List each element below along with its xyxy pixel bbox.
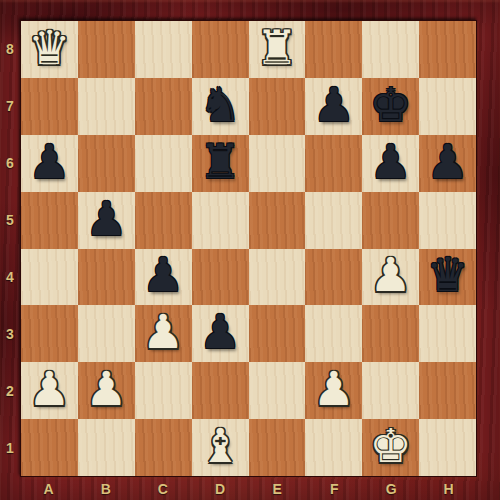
black-king[interactable]: ♚	[370, 81, 412, 128]
file-label-h: H	[420, 477, 477, 500]
square-d5[interactable]	[192, 192, 249, 249]
black-pawn[interactable]: ♟	[370, 138, 412, 185]
rank-label-7: 7	[0, 77, 20, 134]
square-c7[interactable]	[135, 78, 192, 135]
square-h1[interactable]	[419, 419, 476, 476]
square-g2[interactable]	[362, 362, 419, 419]
file-label-b: B	[77, 477, 134, 500]
square-b8[interactable]	[78, 21, 135, 78]
file-label-f: F	[306, 477, 363, 500]
square-f4[interactable]	[305, 249, 362, 306]
white-pawn[interactable]: ♟	[28, 365, 70, 412]
square-e5[interactable]	[249, 192, 306, 249]
black-pawn[interactable]: ♟	[85, 195, 127, 242]
square-g3[interactable]	[362, 305, 419, 362]
black-rook[interactable]: ♜	[199, 138, 241, 185]
white-pawn[interactable]: ♟	[85, 365, 127, 412]
square-a6[interactable]: ♟	[21, 135, 78, 192]
rank-label-4: 4	[0, 249, 20, 306]
square-f7[interactable]: ♟	[305, 78, 362, 135]
black-pawn[interactable]: ♟	[199, 308, 241, 355]
square-c5[interactable]	[135, 192, 192, 249]
square-e1[interactable]	[249, 419, 306, 476]
square-a7[interactable]	[21, 78, 78, 135]
square-d1[interactable]: ♝	[192, 419, 249, 476]
black-pawn[interactable]: ♟	[28, 138, 70, 185]
square-f1[interactable]	[305, 419, 362, 476]
rank-label-6: 6	[0, 134, 20, 191]
white-pawn[interactable]: ♟	[313, 365, 355, 412]
square-h6[interactable]: ♟	[419, 135, 476, 192]
square-d3[interactable]: ♟	[192, 305, 249, 362]
file-label-d: D	[191, 477, 248, 500]
square-d8[interactable]	[192, 21, 249, 78]
square-g8[interactable]	[362, 21, 419, 78]
board-border: ♛♜♞♟♚♟♜♟♟♟♟♟♛♟♟♟♟♟♝♚	[20, 20, 477, 477]
square-b4[interactable]	[78, 249, 135, 306]
square-f6[interactable]	[305, 135, 362, 192]
file-labels: ABCDEFGH	[20, 477, 477, 500]
black-pawn[interactable]: ♟	[313, 81, 355, 128]
rank-labels: 87654321	[0, 20, 20, 477]
square-b5[interactable]: ♟	[78, 192, 135, 249]
square-g5[interactable]	[362, 192, 419, 249]
white-queen[interactable]: ♛	[28, 24, 70, 71]
white-king[interactable]: ♚	[370, 422, 412, 469]
square-b1[interactable]	[78, 419, 135, 476]
square-c3[interactable]: ♟	[135, 305, 192, 362]
square-f8[interactable]	[305, 21, 362, 78]
square-d2[interactable]	[192, 362, 249, 419]
rank-label-1: 1	[0, 420, 20, 477]
square-c1[interactable]	[135, 419, 192, 476]
square-b2[interactable]: ♟	[78, 362, 135, 419]
square-a3[interactable]	[21, 305, 78, 362]
square-e7[interactable]	[249, 78, 306, 135]
white-bishop[interactable]: ♝	[199, 422, 241, 469]
square-f2[interactable]: ♟	[305, 362, 362, 419]
square-a4[interactable]	[21, 249, 78, 306]
file-label-e: E	[249, 477, 306, 500]
square-e3[interactable]	[249, 305, 306, 362]
square-c4[interactable]: ♟	[135, 249, 192, 306]
black-pawn[interactable]: ♟	[142, 251, 184, 298]
square-g6[interactable]: ♟	[362, 135, 419, 192]
square-d7[interactable]: ♞	[192, 78, 249, 135]
rank-label-8: 8	[0, 20, 20, 77]
black-knight[interactable]: ♞	[199, 81, 241, 128]
square-f3[interactable]	[305, 305, 362, 362]
square-h2[interactable]	[419, 362, 476, 419]
chess-board: ♛♜♞♟♚♟♜♟♟♟♟♟♛♟♟♟♟♟♝♚	[21, 21, 476, 476]
file-label-g: G	[363, 477, 420, 500]
rank-label-3: 3	[0, 306, 20, 363]
square-h7[interactable]	[419, 78, 476, 135]
file-label-a: A	[20, 477, 77, 500]
square-h4[interactable]: ♛	[419, 249, 476, 306]
square-f5[interactable]	[305, 192, 362, 249]
square-a8[interactable]: ♛	[21, 21, 78, 78]
black-queen[interactable]: ♛	[426, 251, 468, 298]
square-b7[interactable]	[78, 78, 135, 135]
rank-label-5: 5	[0, 191, 20, 248]
square-b6[interactable]	[78, 135, 135, 192]
board-frame: ♛♜♞♟♚♟♜♟♟♟♟♟♛♟♟♟♟♟♝♚ 87654321 ABCDEFGH	[0, 0, 500, 500]
square-d6[interactable]: ♜	[192, 135, 249, 192]
square-e4[interactable]	[249, 249, 306, 306]
square-c2[interactable]	[135, 362, 192, 419]
square-a5[interactable]	[21, 192, 78, 249]
square-d4[interactable]	[192, 249, 249, 306]
square-b3[interactable]	[78, 305, 135, 362]
square-g7[interactable]: ♚	[362, 78, 419, 135]
square-a2[interactable]: ♟	[21, 362, 78, 419]
square-e8[interactable]: ♜	[249, 21, 306, 78]
white-pawn[interactable]: ♟	[142, 308, 184, 355]
square-g4[interactable]: ♟	[362, 249, 419, 306]
square-e6[interactable]	[249, 135, 306, 192]
square-e2[interactable]	[249, 362, 306, 419]
white-pawn[interactable]: ♟	[370, 251, 412, 298]
square-c6[interactable]	[135, 135, 192, 192]
rank-label-2: 2	[0, 363, 20, 420]
square-h5[interactable]	[419, 192, 476, 249]
square-h8[interactable]	[419, 21, 476, 78]
white-rook[interactable]: ♜	[256, 24, 298, 71]
black-pawn[interactable]: ♟	[426, 138, 468, 185]
file-label-c: C	[134, 477, 191, 500]
square-h3[interactable]	[419, 305, 476, 362]
square-a1[interactable]	[21, 419, 78, 476]
square-g1[interactable]: ♚	[362, 419, 419, 476]
square-c8[interactable]	[135, 21, 192, 78]
